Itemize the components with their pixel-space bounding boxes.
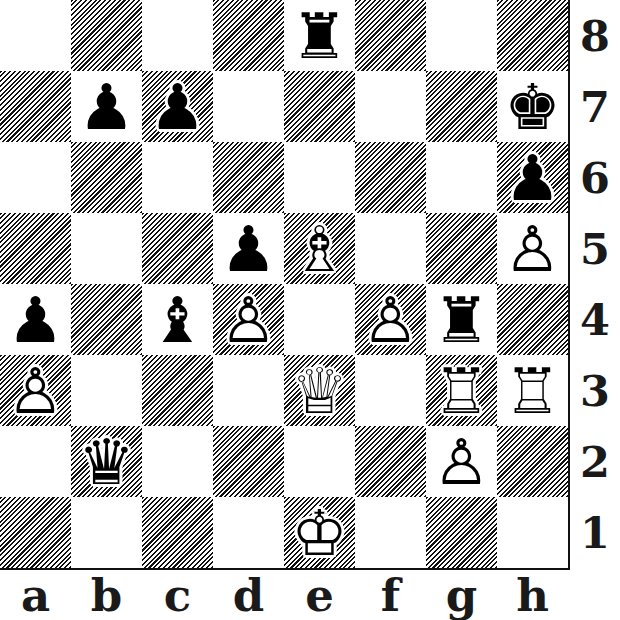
square-f2[interactable] [355, 426, 426, 497]
square-c7[interactable]: ♟♟ [142, 71, 213, 142]
black-rook: ♜♜ [426, 284, 497, 355]
piece-glyph: ♜ [284, 1, 355, 72]
square-a4[interactable]: ♟♟ [0, 284, 71, 355]
file-label-d: d [213, 570, 284, 620]
square-e2[interactable] [284, 426, 355, 497]
square-f1[interactable] [355, 497, 426, 568]
rank-label-4: 4 [570, 284, 620, 355]
square-a5[interactable] [0, 213, 71, 284]
square-g1[interactable] [426, 497, 497, 568]
square-f4[interactable]: ♟♙ [355, 284, 426, 355]
square-d7[interactable] [213, 71, 284, 142]
square-b7[interactable]: ♟♟ [71, 71, 142, 142]
square-h3[interactable]: ♜♖ [497, 355, 568, 426]
piece-glyph: ♟ [71, 72, 142, 143]
square-d6[interactable] [213, 142, 284, 213]
square-b6[interactable] [71, 142, 142, 213]
piece-glyph: ♟ [213, 214, 284, 285]
square-c4[interactable]: ♝♝ [142, 284, 213, 355]
square-h5[interactable]: ♟♙ [497, 213, 568, 284]
piece-glyph: ♖ [426, 356, 497, 427]
square-a8[interactable] [0, 0, 71, 71]
square-d3[interactable] [213, 355, 284, 426]
piece-glyph: ♙ [497, 214, 568, 285]
square-b2[interactable]: ♛♛ [71, 426, 142, 497]
rank-label-3: 3 [570, 355, 620, 426]
black-king: ♚♚ [497, 71, 568, 142]
piece-glyph: ♟ [497, 143, 568, 214]
square-b3[interactable] [71, 355, 142, 426]
piece-glyph: ♟ [0, 285, 71, 356]
square-b4[interactable] [71, 284, 142, 355]
piece-glyph: ♚ [497, 72, 568, 143]
square-d4[interactable]: ♟♙ [213, 284, 284, 355]
white-pawn: ♟♙ [0, 355, 71, 426]
black-pawn: ♟♟ [142, 71, 213, 142]
square-c3[interactable] [142, 355, 213, 426]
square-f7[interactable] [355, 71, 426, 142]
white-rook: ♜♖ [497, 355, 568, 426]
square-h8[interactable] [497, 0, 568, 71]
square-g2[interactable]: ♟♙ [426, 426, 497, 497]
square-b5[interactable] [71, 213, 142, 284]
piece-glyph: ♕ [284, 356, 355, 427]
black-pawn: ♟♟ [213, 213, 284, 284]
square-h7[interactable]: ♚♚ [497, 71, 568, 142]
black-bishop: ♝♝ [142, 284, 213, 355]
square-f5[interactable] [355, 213, 426, 284]
rank-label-1: 1 [570, 497, 620, 568]
piece-glyph: ♗ [284, 214, 355, 285]
rank-label-6: 6 [570, 142, 620, 213]
piece-glyph: ♜ [426, 285, 497, 356]
square-e1[interactable]: ♚♔ [284, 497, 355, 568]
file-labels: abcdefgh [0, 570, 568, 620]
white-rook: ♜♖ [426, 355, 497, 426]
square-c2[interactable] [142, 426, 213, 497]
file-label-c: c [142, 570, 213, 620]
piece-glyph: ♙ [0, 356, 71, 427]
file-label-f: f [355, 570, 426, 620]
square-e8[interactable]: ♜♜ [284, 0, 355, 71]
square-f3[interactable] [355, 355, 426, 426]
piece-glyph: ♖ [497, 356, 568, 427]
white-bishop: ♝♗ [284, 213, 355, 284]
square-c6[interactable] [142, 142, 213, 213]
square-c8[interactable] [142, 0, 213, 71]
square-g6[interactable] [426, 142, 497, 213]
white-pawn: ♟♙ [213, 284, 284, 355]
file-label-b: b [71, 570, 142, 620]
piece-glyph: ♙ [426, 427, 497, 498]
square-e4[interactable] [284, 284, 355, 355]
square-a7[interactable] [0, 71, 71, 142]
square-d2[interactable] [213, 426, 284, 497]
square-d5[interactable]: ♟♟ [213, 213, 284, 284]
square-g4[interactable]: ♜♜ [426, 284, 497, 355]
square-a3[interactable]: ♟♙ [0, 355, 71, 426]
square-c5[interactable] [142, 213, 213, 284]
white-pawn: ♟♙ [426, 426, 497, 497]
square-f6[interactable] [355, 142, 426, 213]
square-g7[interactable] [426, 71, 497, 142]
square-g5[interactable] [426, 213, 497, 284]
white-pawn: ♟♙ [497, 213, 568, 284]
file-label-a: a [0, 570, 71, 620]
square-e5[interactable]: ♝♗ [284, 213, 355, 284]
square-d1[interactable] [213, 497, 284, 568]
white-pawn: ♟♙ [355, 284, 426, 355]
piece-glyph: ♛ [71, 427, 142, 498]
black-pawn: ♟♟ [0, 284, 71, 355]
square-h4[interactable] [497, 284, 568, 355]
piece-glyph: ♔ [284, 498, 355, 569]
square-h1[interactable] [497, 497, 568, 568]
square-e6[interactable] [284, 142, 355, 213]
rank-label-5: 5 [570, 213, 620, 284]
piece-glyph: ♟ [142, 72, 213, 143]
black-rook: ♜♜ [284, 0, 355, 71]
file-label-h: h [497, 570, 568, 620]
chess-diagram: ♜♜♟♟♟♟♚♚♟♟♟♟♝♗♟♙♟♟♝♝♟♙♟♙♜♜♟♙♛♕♜♖♜♖♛♛♟♙♚♔… [0, 0, 620, 620]
piece-glyph: ♙ [213, 285, 284, 356]
square-g8[interactable] [426, 0, 497, 71]
black-queen: ♛♛ [71, 426, 142, 497]
square-a1[interactable] [0, 497, 71, 568]
square-e3[interactable]: ♛♕ [284, 355, 355, 426]
chess-board: ♜♜♟♟♟♟♚♚♟♟♟♟♝♗♟♙♟♟♝♝♟♙♟♙♜♜♟♙♛♕♜♖♜♖♛♛♟♙♚♔ [0, 0, 570, 570]
rank-label-7: 7 [570, 71, 620, 142]
white-king: ♚♔ [284, 497, 355, 568]
square-e7[interactable] [284, 71, 355, 142]
black-pawn: ♟♟ [497, 142, 568, 213]
square-c1[interactable] [142, 497, 213, 568]
square-a2[interactable] [0, 426, 71, 497]
piece-glyph: ♙ [355, 285, 426, 356]
rank-labels: 87654321 [570, 0, 620, 568]
square-b8[interactable] [71, 0, 142, 71]
rank-label-8: 8 [570, 0, 620, 71]
rank-label-2: 2 [570, 426, 620, 497]
file-label-g: g [426, 570, 497, 620]
square-b1[interactable] [71, 497, 142, 568]
square-g3[interactable]: ♜♖ [426, 355, 497, 426]
square-a6[interactable] [0, 142, 71, 213]
square-d8[interactable] [213, 0, 284, 71]
square-f8[interactable] [355, 0, 426, 71]
white-queen: ♛♕ [284, 355, 355, 426]
square-h2[interactable] [497, 426, 568, 497]
piece-glyph: ♝ [142, 285, 213, 356]
square-h6[interactable]: ♟♟ [497, 142, 568, 213]
black-pawn: ♟♟ [71, 71, 142, 142]
file-label-e: e [284, 570, 355, 620]
